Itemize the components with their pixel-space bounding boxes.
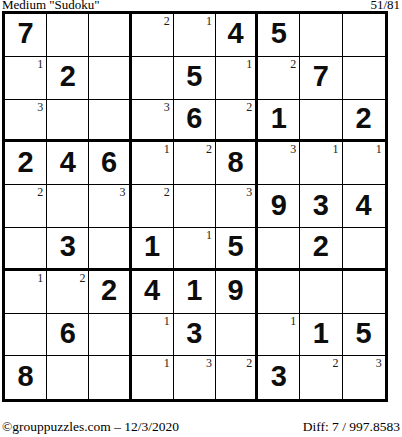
cell-r6c1[interactable] [5,228,47,271]
cell-r4c9[interactable]: 1 [343,142,385,185]
cell-r2c6[interactable]: 1 [216,57,258,100]
pencil-mark: 1 [164,357,170,370]
pencil-mark: 2 [37,186,43,199]
cell-r7c1[interactable]: 1 [5,271,47,314]
pencil-mark: 1 [37,58,43,71]
pencil-mark: 1 [206,15,212,28]
cell-r7c7[interactable] [258,271,300,314]
cell-r1c2[interactable] [47,14,89,57]
cell-r5c8[interactable]: 3 [300,185,342,228]
pencil-mark: 1 [290,315,296,328]
cell-r4c3[interactable]: 6 [89,142,131,185]
cell-value: 2 [313,232,329,263]
cell-r9c8[interactable]: 2 [300,356,342,399]
cell-r9c6[interactable]: 2 [216,356,258,399]
cell-r7c6[interactable]: 9 [216,271,258,314]
pencil-mark: 2 [246,101,252,114]
cell-r9c3[interactable] [89,356,131,399]
cell-r6c7[interactable] [258,228,300,271]
cell-r5c1[interactable]: 2 [5,185,47,228]
footer: ©grouppuzzles.com – 12/3/2020 Diff: 7 / … [2,419,400,434]
cell-value: 5 [186,62,202,93]
cell-r1c4[interactable]: 2 [132,14,174,57]
cell-r1c7[interactable]: 5 [258,14,300,57]
cell-r5c4[interactable]: 2 [132,185,174,228]
cell-value: 2 [60,62,76,93]
cell-r7c2[interactable]: 2 [47,271,89,314]
pencil-mark: 1 [206,229,212,242]
cell-r8c5[interactable]: 3 [174,314,216,357]
pencil-mark: 2 [164,186,170,199]
pencil-mark: 2 [333,357,339,370]
cell-r6c9[interactable] [343,228,385,271]
cell-value: 6 [186,104,202,135]
cell-r5c3[interactable]: 3 [89,185,131,228]
cell-r4c1[interactable]: 2 [5,142,47,185]
cell-value: 3 [271,362,287,393]
cell-r3c7[interactable]: 1 [258,100,300,143]
pencil-mark: 1 [246,58,252,71]
cell-r2c3[interactable] [89,57,131,100]
cell-r9c1[interactable]: 8 [5,356,47,399]
pencil-mark: 3 [206,357,212,370]
cell-r3c3[interactable] [89,100,131,143]
cell-r1c3[interactable] [89,14,131,57]
cell-value: 6 [101,148,117,179]
cell-value: 3 [313,191,329,222]
pencil-mark: 3 [37,101,43,114]
sudoku-page: Medium "Sudoku" 51/81 721451251273362122… [0,0,402,437]
cell-r4c2[interactable]: 4 [47,142,89,185]
cell-r9c5[interactable]: 3 [174,356,216,399]
cell-value: 5 [227,232,243,263]
pencil-mark: 2 [246,357,252,370]
cell-r8c9[interactable]: 5 [343,314,385,357]
cell-r1c8[interactable] [300,14,342,57]
cell-value: 1 [271,104,287,135]
pencil-mark: 1 [164,315,170,328]
cell-r5c2[interactable] [47,185,89,228]
cell-r1c5[interactable]: 1 [174,14,216,57]
cell-r4c4[interactable]: 1 [132,142,174,185]
cell-r6c2[interactable]: 3 [47,228,89,271]
copyright-credit: ©grouppuzzles.com – 12/3/2020 [2,419,179,434]
cell-r2c1[interactable]: 1 [5,57,47,100]
cell-value: 3 [60,232,76,263]
cell-r5c7[interactable]: 9 [258,185,300,228]
cell-r4c6[interactable]: 8 [216,142,258,185]
cell-r5c6[interactable]: 3 [216,185,258,228]
cell-value: 2 [101,276,117,307]
cell-value: 8 [18,362,34,393]
cell-r4c7[interactable]: 3 [258,142,300,185]
cell-value: 3 [186,319,202,350]
cell-r3c1[interactable]: 3 [5,100,47,143]
cell-value: 8 [227,148,243,179]
cell-r3c2[interactable] [47,100,89,143]
cell-r1c6[interactable]: 4 [216,14,258,57]
cell-r3c9[interactable]: 2 [343,100,385,143]
cell-r7c5[interactable]: 1 [174,271,216,314]
cell-value: 1 [144,232,160,263]
pencil-mark: 2 [164,15,170,28]
cell-value: 4 [144,276,160,307]
pencil-mark: 2 [290,58,296,71]
cell-r8c7[interactable]: 1 [258,314,300,357]
cell-r6c4[interactable]: 1 [132,228,174,271]
cell-r9c4[interactable]: 1 [132,356,174,399]
cell-r2c8[interactable]: 7 [300,57,342,100]
cell-r6c3[interactable] [89,228,131,271]
cell-r3c6[interactable]: 2 [216,100,258,143]
cell-value: 9 [271,191,287,222]
cell-r7c8[interactable] [300,271,342,314]
cell-r6c5[interactable]: 1 [174,228,216,271]
cell-r6c8[interactable]: 2 [300,228,342,271]
pencil-mark: 3 [164,101,170,114]
sudoku-grid: 7214512512733621224612831123239343115212… [2,11,388,402]
cell-r2c7[interactable]: 2 [258,57,300,100]
cell-r9c2[interactable] [47,356,89,399]
cell-r2c2[interactable]: 2 [47,57,89,100]
cell-value: 4 [227,19,243,50]
cell-r9c9[interactable]: 3 [343,356,385,399]
cell-r4c8[interactable]: 1 [300,142,342,185]
cell-r3c8[interactable] [300,100,342,143]
cell-value: 7 [313,62,329,93]
cell-value: 1 [313,319,329,350]
cell-value: 9 [227,276,243,307]
cell-value: 4 [356,191,372,222]
pencil-mark: 3 [246,186,252,199]
cell-r5c9[interactable]: 4 [343,185,385,228]
cell-r2c4[interactable] [132,57,174,100]
cell-r7c3[interactable]: 2 [89,271,131,314]
pencil-mark: 3 [290,143,296,156]
cell-r8c2[interactable]: 6 [47,314,89,357]
pencil-mark: 1 [164,143,170,156]
cell-value: 5 [356,319,372,350]
difficulty-value: Diff: 7 / 997.8583 [303,419,400,434]
cell-r2c9[interactable] [343,57,385,100]
cell-value: 4 [60,148,76,179]
cell-value: 6 [60,319,76,350]
pencil-mark: 2 [206,143,212,156]
cell-r8c3[interactable] [89,314,131,357]
cell-value: 2 [356,104,372,135]
pencil-mark: 2 [79,272,85,285]
pencil-mark: 1 [37,272,43,285]
cell-r8c8[interactable]: 1 [300,314,342,357]
cell-r8c1[interactable] [5,314,47,357]
cell-r1c1[interactable]: 7 [5,14,47,57]
cell-value: 1 [186,276,202,307]
cell-r8c6[interactable] [216,314,258,357]
cell-value: 5 [271,19,287,50]
pencil-mark: 3 [376,357,382,370]
cell-r7c4[interactable]: 4 [132,271,174,314]
cell-r3c5[interactable]: 6 [174,100,216,143]
cell-r7c9[interactable] [343,271,385,314]
cell-r4c5[interactable]: 2 [174,142,216,185]
cell-r3c4[interactable]: 3 [132,100,174,143]
pencil-mark: 1 [376,143,382,156]
pencil-mark: 3 [120,186,126,199]
cell-r2c5[interactable]: 5 [174,57,216,100]
cell-r8c4[interactable]: 1 [132,314,174,357]
cell-value: 7 [18,19,34,50]
cell-r6c6[interactable]: 5 [216,228,258,271]
cell-value: 2 [18,148,34,179]
cell-r1c9[interactable] [343,14,385,57]
cell-r9c7[interactable]: 3 [258,356,300,399]
cell-r5c5[interactable] [174,185,216,228]
pencil-mark: 1 [333,143,339,156]
